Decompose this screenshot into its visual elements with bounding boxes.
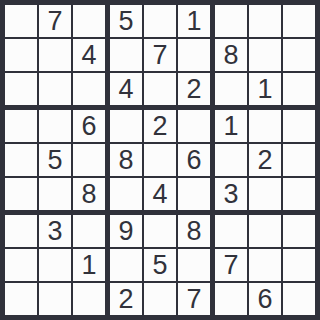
cell-r5c2[interactable]: 5 [39,144,71,176]
cell-r7c1[interactable] [5,215,37,247]
cell-r5c7[interactable] [215,144,247,176]
cell-r6c6[interactable] [178,178,210,210]
cell-r9c2[interactable] [39,283,71,315]
cell-r8c5[interactable]: 5 [144,249,176,281]
cell-r1c6[interactable]: 1 [178,5,210,37]
cell-r5c3[interactable] [73,144,105,176]
cell-r8c4[interactable] [110,249,142,281]
cell-r8c8[interactable] [249,249,281,281]
cell-r3c7[interactable] [215,73,247,105]
cell-r1c9[interactable] [283,5,315,37]
cell-r8c9[interactable] [283,249,315,281]
cell-r7c6[interactable]: 8 [178,215,210,247]
cell-r2c2[interactable] [39,39,71,71]
cell-r9c5[interactable] [144,283,176,315]
cell-r7c3[interactable] [73,215,105,247]
sudoku-board: 7514784216215862843398157276 [0,0,320,320]
cell-r4c4[interactable] [110,110,142,142]
cell-r6c5[interactable]: 4 [144,178,176,210]
cell-r9c3[interactable] [73,283,105,315]
cell-r1c3[interactable] [73,5,105,37]
cell-r6c8[interactable] [249,178,281,210]
cell-r2c1[interactable] [5,39,37,71]
cell-r3c4[interactable]: 4 [110,73,142,105]
cell-r7c7[interactable] [215,215,247,247]
cell-r2c4[interactable] [110,39,142,71]
cell-r1c1[interactable] [5,5,37,37]
cell-r9c9[interactable] [283,283,315,315]
cell-r6c9[interactable] [283,178,315,210]
cell-r2c9[interactable] [283,39,315,71]
cell-r2c8[interactable] [249,39,281,71]
cell-r2c6[interactable] [178,39,210,71]
cell-r8c2[interactable] [39,249,71,281]
cell-r2c3[interactable]: 4 [73,39,105,71]
cell-r9c8[interactable]: 6 [249,283,281,315]
cell-r5c5[interactable] [144,144,176,176]
cell-r4c7[interactable]: 1 [215,110,247,142]
cell-r3c1[interactable] [5,73,37,105]
cell-r3c6[interactable]: 2 [178,73,210,105]
cell-r6c3[interactable]: 8 [73,178,105,210]
cell-r4c1[interactable] [5,110,37,142]
cell-r9c6[interactable]: 7 [178,283,210,315]
cell-r8c1[interactable] [5,249,37,281]
cell-r4c5[interactable]: 2 [144,110,176,142]
cell-r5c6[interactable]: 6 [178,144,210,176]
cell-r4c2[interactable] [39,110,71,142]
cell-r7c2[interactable]: 3 [39,215,71,247]
cell-r1c7[interactable] [215,5,247,37]
cell-r6c1[interactable] [5,178,37,210]
cell-r9c4[interactable]: 2 [110,283,142,315]
cell-r1c8[interactable] [249,5,281,37]
cell-r3c5[interactable] [144,73,176,105]
cell-r8c7[interactable]: 7 [215,249,247,281]
cell-r4c8[interactable] [249,110,281,142]
cell-r7c5[interactable] [144,215,176,247]
cell-r5c4[interactable]: 8 [110,144,142,176]
cell-r3c3[interactable] [73,73,105,105]
cell-r9c7[interactable] [215,283,247,315]
cell-r2c7[interactable]: 8 [215,39,247,71]
cell-r4c6[interactable] [178,110,210,142]
cell-r7c9[interactable] [283,215,315,247]
cell-r1c4[interactable]: 5 [110,5,142,37]
cell-r7c4[interactable]: 9 [110,215,142,247]
cell-r9c1[interactable] [5,283,37,315]
cell-r5c9[interactable] [283,144,315,176]
cell-r6c7[interactable]: 3 [215,178,247,210]
cell-r5c1[interactable] [5,144,37,176]
cell-r4c9[interactable] [283,110,315,142]
cell-r8c3[interactable]: 1 [73,249,105,281]
cell-r1c5[interactable] [144,5,176,37]
cell-r3c2[interactable] [39,73,71,105]
cell-r4c3[interactable]: 6 [73,110,105,142]
cell-r6c4[interactable] [110,178,142,210]
cell-r2c5[interactable]: 7 [144,39,176,71]
cell-r5c8[interactable]: 2 [249,144,281,176]
cell-r7c8[interactable] [249,215,281,247]
cell-r8c6[interactable] [178,249,210,281]
cell-r1c2[interactable]: 7 [39,5,71,37]
cell-r3c9[interactable] [283,73,315,105]
cell-r6c2[interactable] [39,178,71,210]
cell-r3c8[interactable]: 1 [249,73,281,105]
